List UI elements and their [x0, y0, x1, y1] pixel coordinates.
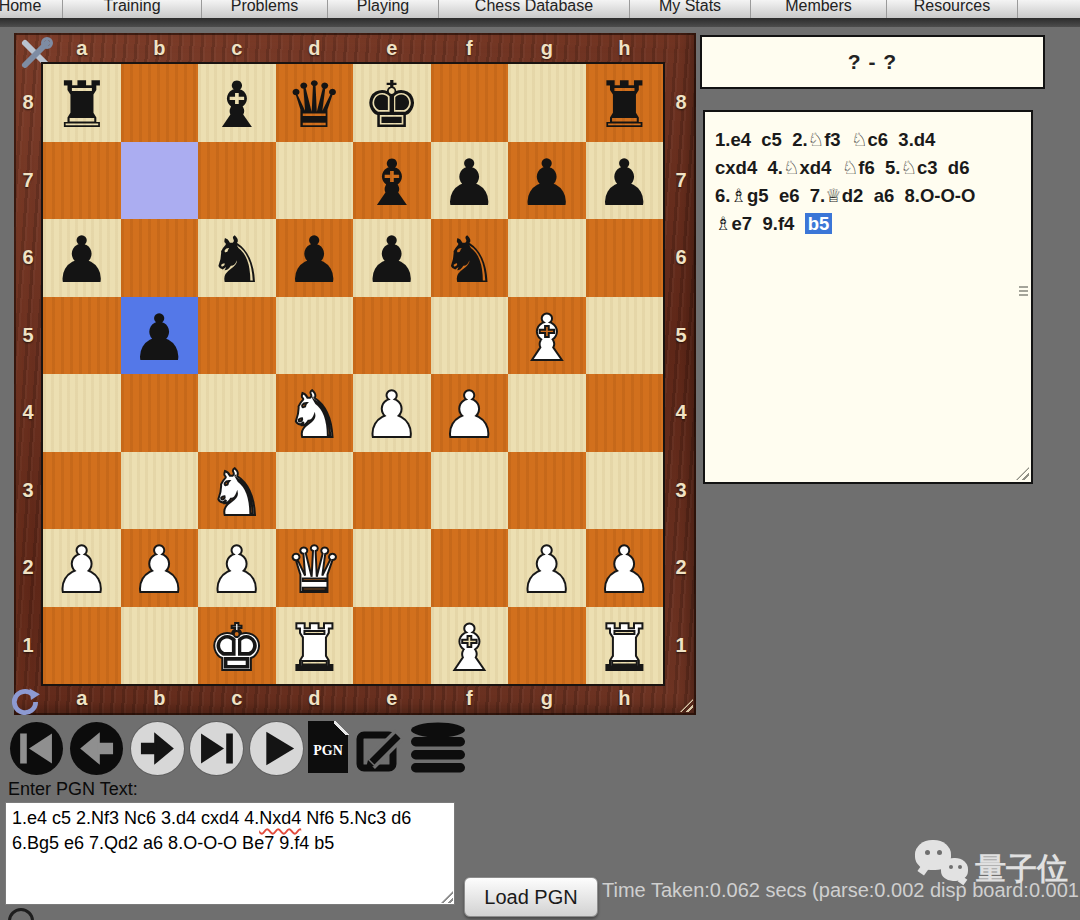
white-pawn-e4[interactable]: ♟: [353, 374, 431, 452]
pgn-entry-label: Enter PGN Text:: [8, 779, 138, 800]
move-8O-O-O[interactable]: 8.O-O-O: [905, 185, 976, 206]
square-e1[interactable]: [353, 607, 431, 685]
white-rook-d1[interactable]: ♜: [276, 607, 354, 685]
square-c1[interactable]: ♚: [198, 607, 276, 685]
square-a8[interactable]: ♜: [43, 64, 121, 142]
move-list-panel[interactable]: 1.e4 c5 2.♘f3 ♘c6 3.d4cxd4 4.♘xd4 ♘f6 5.…: [703, 110, 1033, 484]
white-pawn-h2[interactable]: ♟: [586, 529, 664, 607]
move-1e4[interactable]: 1.e4: [715, 129, 751, 150]
black-pawn-a6[interactable]: ♟: [43, 219, 121, 297]
load-pgn-button[interactable]: Load PGN: [464, 877, 598, 917]
square-a5[interactable]: [43, 297, 121, 375]
file-label-bottom-a: a: [43, 685, 121, 712]
rank-label-left-5: 5: [14, 297, 42, 375]
move-c5[interactable]: c5: [761, 129, 782, 150]
square-e7[interactable]: ♝: [353, 142, 431, 220]
rank-label-right-2: 2: [666, 529, 696, 607]
square-h1[interactable]: ♜: [586, 607, 664, 685]
white-bishop-f1[interactable]: ♝: [431, 607, 509, 685]
database-icon: [410, 722, 466, 774]
rank-label-right-7: 7: [666, 142, 696, 220]
file-label-top-e: e: [353, 36, 431, 61]
watermark: 量子位: [903, 840, 1080, 910]
square-b8[interactable]: [121, 64, 199, 142]
rank-label-right-4: 4: [666, 374, 696, 452]
black-bishop-e7[interactable]: ♝: [353, 142, 431, 220]
nav-item-label: Members: [785, 0, 852, 18]
load-pgn-label: Load PGN: [484, 886, 577, 909]
nav-item-problems[interactable]: Problems: [202, 0, 328, 18]
edit-pgn-button[interactable]: [355, 725, 403, 777]
square-d8[interactable]: ♛: [276, 64, 354, 142]
file-label-bottom-b: b: [121, 685, 199, 712]
square-h7[interactable]: ♟: [586, 142, 664, 220]
square-c6[interactable]: ♞: [198, 219, 276, 297]
autoplay-button[interactable]: [250, 722, 303, 775]
rank-label-right-6: 6: [666, 219, 696, 297]
rank-label-left-6: 6: [14, 219, 42, 297]
skip-to-end-icon: [190, 722, 243, 775]
go-to-start-button[interactable]: [10, 722, 63, 775]
rank-label-right-8: 8: [666, 64, 696, 142]
black-bishop-c8[interactable]: ♝: [198, 64, 276, 142]
move-e6[interactable]: e6: [779, 185, 800, 206]
square-g6[interactable]: [508, 219, 586, 297]
rank-label-left-8: 8: [14, 64, 42, 142]
square-a2[interactable]: ♟: [43, 529, 121, 607]
nav-item-label: Playing: [357, 0, 409, 18]
square-b4[interactable]: [121, 374, 199, 452]
rank-label-left-4: 4: [14, 374, 42, 452]
square-d3[interactable]: [276, 452, 354, 530]
move-line: 6.♗g5 e6 7.♕d2 a6 8.O-O-O: [715, 182, 1025, 210]
rank-label-right-3: 3: [666, 452, 696, 530]
edit-pencil-icon: [355, 725, 403, 773]
previous-move-button[interactable]: [70, 722, 123, 775]
square-b5[interactable]: ♟: [121, 297, 199, 375]
file-label-bottom-f: f: [431, 685, 509, 712]
board-resize-grip[interactable]: [680, 699, 693, 712]
square-c7[interactable]: [198, 142, 276, 220]
square-h8[interactable]: ♜: [586, 64, 664, 142]
square-a7[interactable]: [43, 142, 121, 220]
selected-move[interactable]: b5: [805, 213, 833, 234]
move-5c3[interactable]: 5.♘c3: [885, 157, 938, 178]
nav-item-label: Home: [0, 0, 41, 18]
black-pawn-d6[interactable]: ♟: [276, 219, 354, 297]
black-knight-c6[interactable]: ♞: [198, 219, 276, 297]
white-knight-d4[interactable]: ♞: [276, 374, 354, 452]
game-result-box: ? - ?: [700, 35, 1045, 89]
square-e8[interactable]: ♚: [353, 64, 431, 142]
next-move-button[interactable]: [131, 722, 184, 775]
square-c5[interactable]: [198, 297, 276, 375]
square-f5[interactable]: [431, 297, 509, 375]
square-g8[interactable]: [508, 64, 586, 142]
page: HomeTrainingProblemsPlayingChess Databas…: [0, 0, 1080, 920]
square-f2[interactable]: [431, 529, 509, 607]
nav-item-home[interactable]: Home: [0, 0, 63, 18]
white-knight-c3[interactable]: ♞: [198, 452, 276, 530]
move-9f4[interactable]: 9.f4: [762, 213, 794, 234]
square-g3[interactable]: [508, 452, 586, 530]
square-b2[interactable]: ♟: [121, 529, 199, 607]
file-label-bottom-d: d: [276, 685, 354, 712]
square-g2[interactable]: ♟: [508, 529, 586, 607]
square-g7[interactable]: ♟: [508, 142, 586, 220]
nav-item-playing[interactable]: Playing: [328, 0, 439, 18]
square-f3[interactable]: [431, 452, 509, 530]
move-line: cxd4 4.♘xd4 ♘f6 5.♘c3 d6: [715, 154, 1025, 182]
square-b7[interactable]: [121, 142, 199, 220]
go-to-end-button[interactable]: [190, 722, 243, 775]
square-a1[interactable]: [43, 607, 121, 685]
move-6g5[interactable]: 6.♗g5: [715, 185, 769, 206]
white-king-c1[interactable]: ♚: [198, 607, 276, 685]
board-grid: ♜♝♛♚♜♝♟♟♟♟♞♟♟♞♟♝♞♟♟♞♟♟♟♛♟♟♚♜♝♜: [41, 62, 665, 686]
flip-board-icon[interactable]: [8, 685, 42, 723]
square-a4[interactable]: [43, 374, 121, 452]
square-h6[interactable]: [586, 219, 664, 297]
square-c4[interactable]: [198, 374, 276, 452]
pgn-file-fold: [334, 721, 349, 735]
square-h2[interactable]: ♟: [586, 529, 664, 607]
nav-items: HomeTrainingProblemsPlayingChess Databas…: [0, 0, 1080, 18]
white-bishop-g5[interactable]: ♝: [508, 297, 586, 375]
black-pawn-b5[interactable]: ♟: [121, 297, 199, 375]
file-label-top-h: h: [586, 36, 664, 61]
square-a6[interactable]: ♟: [43, 219, 121, 297]
square-d5[interactable]: [276, 297, 354, 375]
skip-to-start-icon: [10, 722, 63, 775]
white-pawn-c2[interactable]: ♟: [198, 529, 276, 607]
square-e2[interactable]: [353, 529, 431, 607]
partial-circle-icon: [8, 908, 34, 920]
watermark-text: 量子位: [975, 848, 1068, 890]
square-f6[interactable]: ♞: [431, 219, 509, 297]
square-b6[interactable]: [121, 219, 199, 297]
nav-item-label: Chess Database: [475, 0, 593, 18]
arrow-left-icon: [70, 722, 123, 775]
square-f1[interactable]: ♝: [431, 607, 509, 685]
white-pawn-b2[interactable]: ♟: [121, 529, 199, 607]
move-cxd4[interactable]: cxd4: [715, 157, 757, 178]
file-label-top-f: f: [431, 36, 509, 61]
misspelled-word: Nxd4: [259, 808, 301, 828]
file-label-bottom-c: c: [198, 685, 276, 712]
square-d6[interactable]: ♟: [276, 219, 354, 297]
white-pawn-a2[interactable]: ♟: [43, 529, 121, 607]
square-f4[interactable]: ♟: [431, 374, 509, 452]
black-pawn-h7[interactable]: ♟: [586, 142, 664, 220]
file-label-top-d: d: [276, 36, 354, 61]
nav-shadow: [0, 18, 1080, 27]
move-c6[interactable]: ♘c6: [851, 129, 888, 150]
pgn-file-icon-label: PGN: [308, 743, 348, 759]
nav-item-label: My Stats: [659, 0, 721, 18]
game-result-text: ? - ?: [848, 50, 897, 74]
pgn-text: 1.e4 c5 2.Nf3 Nc6 3.d4 cxd4 4.Nxd4 Nf6 5…: [12, 808, 411, 853]
black-pawn-f7[interactable]: ♟: [431, 142, 509, 220]
file-label-top-g: g: [508, 36, 586, 61]
file-label-bottom-h: h: [586, 685, 664, 712]
move-line: 1.e4 c5 2.♘f3 ♘c6 3.d4: [715, 126, 1025, 154]
move-d6[interactable]: d6: [948, 157, 970, 178]
move-3d4[interactable]: 3.d4: [898, 129, 935, 150]
move-a6[interactable]: a6: [874, 185, 895, 206]
panel-scroll-grip[interactable]: [1019, 284, 1028, 297]
black-knight-f6[interactable]: ♞: [431, 219, 509, 297]
square-e4[interactable]: ♟: [353, 374, 431, 452]
square-g5[interactable]: ♝: [508, 297, 586, 375]
nav-bar: HomeTrainingProblemsPlayingChess Databas…: [0, 0, 1080, 18]
square-d4[interactable]: ♞: [276, 374, 354, 452]
nav-item-label: Resources: [914, 0, 990, 18]
square-e6[interactable]: ♟: [353, 219, 431, 297]
move-7d2[interactable]: 7.♕d2: [810, 185, 864, 206]
move-line: ♗e7 9.f4 b5: [715, 210, 1025, 238]
square-f8[interactable]: [431, 64, 509, 142]
rank-label-left-1: 1: [14, 607, 42, 685]
square-b3[interactable]: [121, 452, 199, 530]
move-f6[interactable]: ♘f6: [842, 157, 875, 178]
square-c8[interactable]: ♝: [198, 64, 276, 142]
rank-label-left-3: 3: [14, 452, 42, 530]
move-e7[interactable]: ♗e7: [715, 213, 752, 234]
square-d1[interactable]: ♜: [276, 607, 354, 685]
nav-item-chess-database[interactable]: Chess Database: [439, 0, 630, 18]
square-e3[interactable]: [353, 452, 431, 530]
chess-board: ♜♝♛♚♜♝♟♟♟♟♞♟♟♞♟♝♞♟♟♞♟♟♟♛♟♟♚♜♝♜ aabbccdde…: [14, 33, 696, 715]
nav-item-resources[interactable]: Resources: [887, 0, 1018, 18]
square-h3[interactable]: [586, 452, 664, 530]
database-button[interactable]: [410, 722, 466, 778]
black-king-e8[interactable]: ♚: [353, 64, 431, 142]
nav-item-members[interactable]: Members: [751, 0, 887, 18]
nav-item-label: Training: [103, 0, 160, 18]
square-c3[interactable]: ♞: [198, 452, 276, 530]
file-label-top-c: c: [198, 36, 276, 61]
black-rook-a8[interactable]: ♜: [43, 64, 121, 142]
nav-item-cutoff[interactable]: [1018, 0, 1080, 18]
rank-label-left-7: 7: [14, 142, 42, 220]
file-label-top-a: a: [43, 36, 121, 61]
rank-label-right-1: 1: [666, 607, 696, 685]
pgn-textarea[interactable]: 1.e4 c5 2.Nf3 Nc6 3.d4 cxd4 4.Nxd4 Nf6 5…: [5, 802, 455, 905]
move-4xd4[interactable]: 4.♘xd4: [767, 157, 831, 178]
black-rook-h8[interactable]: ♜: [586, 64, 664, 142]
square-e5[interactable]: [353, 297, 431, 375]
white-pawn-f4[interactable]: ♟: [431, 374, 509, 452]
file-label-bottom-e: e: [353, 685, 431, 712]
file-label-top-b: b: [121, 36, 199, 61]
file-label-bottom-g: g: [508, 685, 586, 712]
nav-item-my-stats[interactable]: My Stats: [630, 0, 751, 18]
square-h5[interactable]: [586, 297, 664, 375]
move-2f3[interactable]: 2.♘f3: [792, 129, 840, 150]
white-rook-h1[interactable]: ♜: [586, 607, 664, 685]
white-queen-d2[interactable]: ♛: [276, 529, 354, 607]
panel-resize-grip[interactable]: [1016, 467, 1029, 480]
move-list: 1.e4 c5 2.♘f3 ♘c6 3.d4cxd4 4.♘xd4 ♘f6 5.…: [705, 112, 1031, 238]
black-queen-d8[interactable]: ♛: [276, 64, 354, 142]
black-pawn-e6[interactable]: ♟: [353, 219, 431, 297]
square-g1[interactable]: [508, 607, 586, 685]
square-f7[interactable]: ♟: [431, 142, 509, 220]
black-pawn-g7[interactable]: ♟: [508, 142, 586, 220]
square-d7[interactable]: [276, 142, 354, 220]
nav-item-training[interactable]: Training: [63, 0, 202, 18]
square-c2[interactable]: ♟: [198, 529, 276, 607]
square-b1[interactable]: [121, 607, 199, 685]
white-pawn-g2[interactable]: ♟: [508, 529, 586, 607]
rank-label-left-2: 2: [14, 529, 42, 607]
nav-item-label: Problems: [231, 0, 299, 18]
square-d2[interactable]: ♛: [276, 529, 354, 607]
square-h4[interactable]: [586, 374, 664, 452]
arrow-right-icon: [131, 722, 184, 775]
square-a3[interactable]: [43, 452, 121, 530]
square-g4[interactable]: [508, 374, 586, 452]
play-icon: [250, 722, 303, 775]
rank-label-right-5: 5: [666, 297, 696, 375]
textarea-resize-grip[interactable]: [441, 891, 453, 903]
